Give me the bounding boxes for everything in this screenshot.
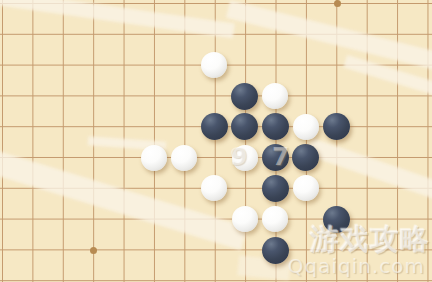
stone-black	[262, 237, 289, 264]
stone-black	[292, 144, 319, 171]
star-point	[334, 0, 341, 7]
stone-black	[262, 113, 289, 140]
stone-black	[262, 175, 289, 202]
stone-black	[231, 113, 258, 140]
stone-black	[201, 113, 228, 140]
stone-black	[262, 144, 289, 171]
stone-white	[171, 145, 197, 171]
star-point	[90, 247, 97, 254]
stone-black	[231, 83, 258, 110]
stone-white	[232, 206, 258, 232]
stone-white	[232, 145, 258, 171]
stone-white	[201, 175, 227, 201]
stone-white	[262, 206, 288, 232]
stone-white	[293, 175, 319, 201]
stone-black	[323, 113, 350, 140]
stone-white	[262, 83, 288, 109]
stone-black	[323, 206, 350, 233]
stone-white	[141, 145, 167, 171]
gomoku-board[interactable]: 9 7 游戏攻略 Qqaiqin.com	[0, 0, 432, 282]
stone-white	[201, 52, 227, 78]
stones-layer	[0, 0, 432, 282]
stone-white	[293, 114, 319, 140]
